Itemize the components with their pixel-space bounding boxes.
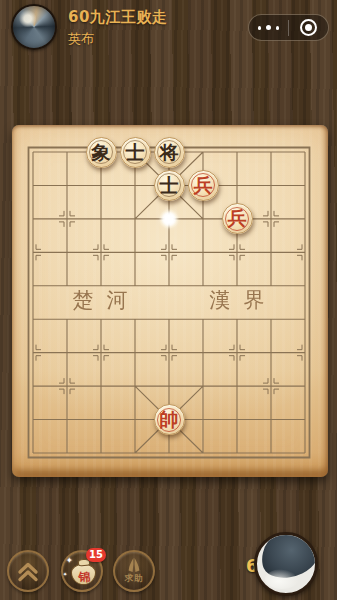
- level-info: 60九江王败走 英布: [68, 8, 167, 48]
- xiangqi-piece-black[interactable]: 士: [154, 170, 185, 201]
- player-name: 英布: [68, 30, 167, 48]
- double-chevron-up-icon: [14, 558, 42, 586]
- river-label-han: 漢界: [189, 286, 285, 314]
- bag-glyph: 锦: [70, 569, 99, 586]
- opponent-avatar[interactable]: [254, 532, 318, 596]
- piece-glyph: 兵: [228, 209, 247, 228]
- hint-bag-button[interactable]: 锦 15: [61, 550, 103, 592]
- player-avatar[interactable]: [11, 4, 57, 50]
- piece-glyph: 兵: [194, 175, 213, 194]
- ellipsis-icon: [256, 25, 282, 30]
- piece-glyph: 士: [126, 142, 145, 161]
- hint-count-badge: 15: [86, 548, 106, 562]
- expand-menu-button[interactable]: [7, 550, 49, 592]
- xiangqi-piece-red[interactable]: 兵: [188, 170, 219, 201]
- river-label-chu: 楚河: [52, 286, 148, 314]
- sparkle-icon: [66, 556, 73, 565]
- sparkle-icon: [63, 571, 67, 577]
- exit-button[interactable]: [289, 15, 328, 40]
- xiangqi-piece-red[interactable]: 兵: [222, 203, 253, 234]
- piece-glyph: 士: [160, 175, 179, 194]
- app-screen: 60九江王败走 英布 楚河 漢界 象士将士兵兵帥: [0, 0, 337, 600]
- xiangqi-piece-black[interactable]: 士: [120, 137, 151, 168]
- top-bar: 60九江王败走 英布: [0, 0, 337, 60]
- piece-glyph: 帥: [160, 410, 179, 429]
- wechat-capsule: [248, 14, 329, 41]
- ask-help-button[interactable]: 求助: [113, 550, 155, 592]
- xiangqi-piece-red[interactable]: 帥: [154, 404, 185, 435]
- target-circle-icon: [300, 19, 317, 36]
- xiangqi-piece-black[interactable]: 象: [86, 137, 117, 168]
- praying-hands-icon: [123, 557, 145, 573]
- xiangqi-piece-black[interactable]: 将: [154, 137, 185, 168]
- more-button[interactable]: [249, 15, 288, 40]
- piece-glyph: 将: [160, 142, 179, 161]
- piece-glyph: 象: [92, 142, 111, 161]
- level-title: 60九江王败走: [68, 8, 167, 27]
- help-label: 求助: [115, 573, 153, 585]
